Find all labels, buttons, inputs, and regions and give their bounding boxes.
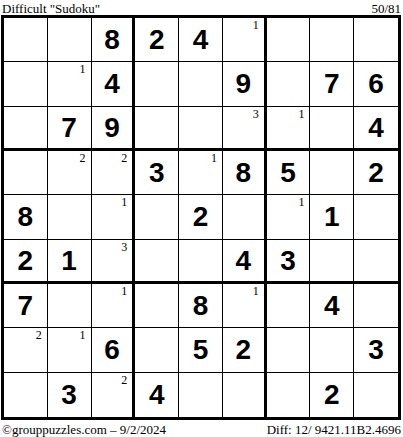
cell-r4c7[interactable]: 5 — [267, 151, 311, 195]
sudoku-board: 8241149767931422318528121121343718142165… — [1, 15, 401, 420]
cell-r2c6[interactable]: 9 — [223, 62, 267, 106]
cell-r5c8[interactable]: 1 — [310, 195, 354, 239]
pencil-mark: 1 — [298, 108, 304, 120]
cell-value: 4 — [324, 291, 340, 320]
cell-r8c3[interactable]: 6 — [92, 328, 136, 372]
cell-r8c7[interactable] — [267, 328, 311, 372]
cell-value: 9 — [104, 113, 120, 142]
cell-r9c8[interactable]: 2 — [310, 373, 354, 417]
cell-r3c9[interactable]: 4 — [354, 107, 398, 151]
cell-value: 4 — [149, 380, 165, 409]
cell-r1c4[interactable]: 2 — [135, 18, 179, 62]
cell-r4c4[interactable]: 3 — [135, 151, 179, 195]
cell-r3c4[interactable] — [135, 107, 179, 151]
cell-value: 8 — [235, 158, 251, 187]
cell-r6c3[interactable]: 3 — [92, 240, 136, 284]
cell-r6c9[interactable] — [354, 240, 398, 284]
cell-r9c4[interactable]: 4 — [135, 373, 179, 417]
cell-r8c1[interactable]: 2 — [4, 328, 48, 372]
cell-r1c1[interactable] — [4, 18, 48, 62]
cell-r8c8[interactable] — [310, 328, 354, 372]
cell-r1c6[interactable]: 1 — [223, 18, 267, 62]
cell-r5c1[interactable]: 8 — [4, 195, 48, 239]
cell-r2c4[interactable] — [135, 62, 179, 106]
cell-r3c8[interactable] — [310, 107, 354, 151]
cell-r4c6[interactable]: 8 — [223, 151, 267, 195]
pencil-mark: 3 — [121, 241, 127, 253]
cell-r4c2[interactable]: 2 — [48, 151, 92, 195]
cell-value: 8 — [18, 202, 34, 231]
cell-value: 1 — [61, 246, 77, 275]
pencil-mark: 1 — [80, 63, 86, 75]
difficulty-text: Diff: 12/ 9421.11B2.4696 — [267, 423, 401, 436]
cell-r2c2[interactable]: 1 — [48, 62, 92, 106]
pencil-mark: 3 — [253, 108, 259, 120]
cell-value: 1 — [324, 202, 340, 231]
cell-value: 5 — [280, 158, 296, 187]
cell-value: 2 — [18, 246, 34, 275]
cell-r2c1[interactable] — [4, 62, 48, 106]
cell-r7c3[interactable]: 1 — [92, 284, 136, 328]
pencil-mark: 1 — [298, 196, 304, 208]
cell-value: 5 — [193, 335, 209, 364]
cell-r4c3[interactable]: 2 — [92, 151, 136, 195]
cell-r2c5[interactable] — [179, 62, 223, 106]
cell-r9c2[interactable]: 3 — [48, 373, 92, 417]
cell-value: 9 — [235, 69, 251, 98]
cell-r3c2[interactable]: 7 — [48, 107, 92, 151]
cell-r9c1[interactable] — [4, 373, 48, 417]
cell-r4c9[interactable]: 2 — [354, 151, 398, 195]
cell-r9c9[interactable] — [354, 373, 398, 417]
cell-r6c4[interactable] — [135, 240, 179, 284]
cell-r7c4[interactable] — [135, 284, 179, 328]
cell-value: 4 — [235, 246, 251, 275]
cell-r1c3[interactable]: 8 — [92, 18, 136, 62]
cell-value: 3 — [61, 380, 77, 409]
cell-value: 2 — [324, 380, 340, 409]
cells-remaining-counter: 50/81 — [371, 2, 401, 15]
pencil-mark: 1 — [121, 196, 127, 208]
cell-r7c5[interactable]: 8 — [179, 284, 223, 328]
cell-r6c7[interactable]: 3 — [267, 240, 311, 284]
footer: ©grouppuzzles.com – 9/2/2024 Diff: 12/ 9… — [0, 423, 403, 436]
cell-r5c6[interactable] — [223, 195, 267, 239]
cell-r5c7[interactable]: 1 — [267, 195, 311, 239]
pencil-mark: 1 — [80, 329, 86, 341]
cell-r8c5[interactable]: 5 — [179, 328, 223, 372]
cell-value: 3 — [368, 335, 384, 364]
cell-r9c5[interactable] — [179, 373, 223, 417]
cell-r5c9[interactable] — [354, 195, 398, 239]
cell-r8c4[interactable] — [135, 328, 179, 372]
cell-value: 2 — [193, 202, 209, 231]
cell-r2c3[interactable]: 4 — [92, 62, 136, 106]
cell-r3c7[interactable]: 1 — [267, 107, 311, 151]
cell-r6c1[interactable]: 2 — [4, 240, 48, 284]
cell-r6c8[interactable] — [310, 240, 354, 284]
cell-value: 2 — [235, 335, 251, 364]
cell-value: 6 — [104, 335, 120, 364]
cell-value: 3 — [149, 158, 165, 187]
cell-r7c8[interactable]: 4 — [310, 284, 354, 328]
pencil-mark: 2 — [121, 374, 127, 386]
cell-r6c5[interactable] — [179, 240, 223, 284]
cell-r7c9[interactable] — [354, 284, 398, 328]
cell-r2c9[interactable]: 6 — [354, 62, 398, 106]
cell-r9c3[interactable]: 2 — [92, 373, 136, 417]
cell-r4c5[interactable]: 1 — [179, 151, 223, 195]
cell-r3c3[interactable]: 9 — [92, 107, 136, 151]
cell-r7c2[interactable] — [48, 284, 92, 328]
cell-value: 4 — [368, 113, 384, 142]
cell-r2c8[interactable]: 7 — [310, 62, 354, 106]
cell-r6c6[interactable]: 4 — [223, 240, 267, 284]
cell-value: 6 — [368, 69, 384, 98]
header: Difficult "Sudoku" 50/81 — [0, 0, 403, 15]
sudoku-page: Difficult "Sudoku" 50/81 824114976793142… — [0, 0, 403, 437]
cell-value: 8 — [193, 291, 209, 320]
cell-r4c1[interactable] — [4, 151, 48, 195]
cell-value: 7 — [61, 113, 77, 142]
cell-r6c2[interactable]: 1 — [48, 240, 92, 284]
cell-r9c7[interactable] — [267, 373, 311, 417]
cell-r5c2[interactable] — [48, 195, 92, 239]
cell-value: 2 — [149, 25, 165, 54]
cell-value: 4 — [104, 69, 120, 98]
cell-r1c7[interactable] — [267, 18, 311, 62]
cell-r8c6[interactable]: 2 — [223, 328, 267, 372]
pencil-mark: 1 — [211, 152, 217, 164]
cell-r4c8[interactable] — [310, 151, 354, 195]
cell-value: 7 — [324, 69, 340, 98]
cell-r3c6[interactable]: 3 — [223, 107, 267, 151]
copyright-text: ©grouppuzzles.com – 9/2/2024 — [2, 423, 166, 436]
cell-value: 7 — [18, 291, 34, 320]
cell-r7c1[interactable]: 7 — [4, 284, 48, 328]
pencil-mark: 1 — [121, 285, 127, 297]
cell-r3c1[interactable] — [4, 107, 48, 151]
cell-r8c9[interactable]: 3 — [354, 328, 398, 372]
cell-r1c8[interactable] — [310, 18, 354, 62]
pencil-mark: 1 — [253, 19, 259, 31]
cell-r5c5[interactable]: 2 — [179, 195, 223, 239]
cell-r5c3[interactable]: 1 — [92, 195, 136, 239]
cell-value: 2 — [368, 158, 384, 187]
cell-r1c2[interactable] — [48, 18, 92, 62]
cell-r9c6[interactable] — [223, 373, 267, 417]
cell-r5c4[interactable] — [135, 195, 179, 239]
puzzle-title: Difficult "Sudoku" — [2, 2, 100, 15]
pencil-mark: 2 — [80, 152, 86, 164]
cell-r7c6[interactable]: 1 — [223, 284, 267, 328]
cell-value: 8 — [104, 25, 120, 54]
cell-r1c5[interactable]: 4 — [179, 18, 223, 62]
pencil-mark: 2 — [121, 152, 127, 164]
cell-r7c7[interactable] — [267, 284, 311, 328]
cell-r8c2[interactable]: 1 — [48, 328, 92, 372]
pencil-mark: 1 — [253, 285, 259, 297]
cell-r1c9[interactable] — [354, 18, 398, 62]
cell-value: 4 — [193, 25, 209, 54]
cell-value: 3 — [280, 246, 296, 275]
cell-r3c5[interactable] — [179, 107, 223, 151]
pencil-mark: 2 — [36, 329, 42, 341]
cell-r2c7[interactable] — [267, 62, 311, 106]
